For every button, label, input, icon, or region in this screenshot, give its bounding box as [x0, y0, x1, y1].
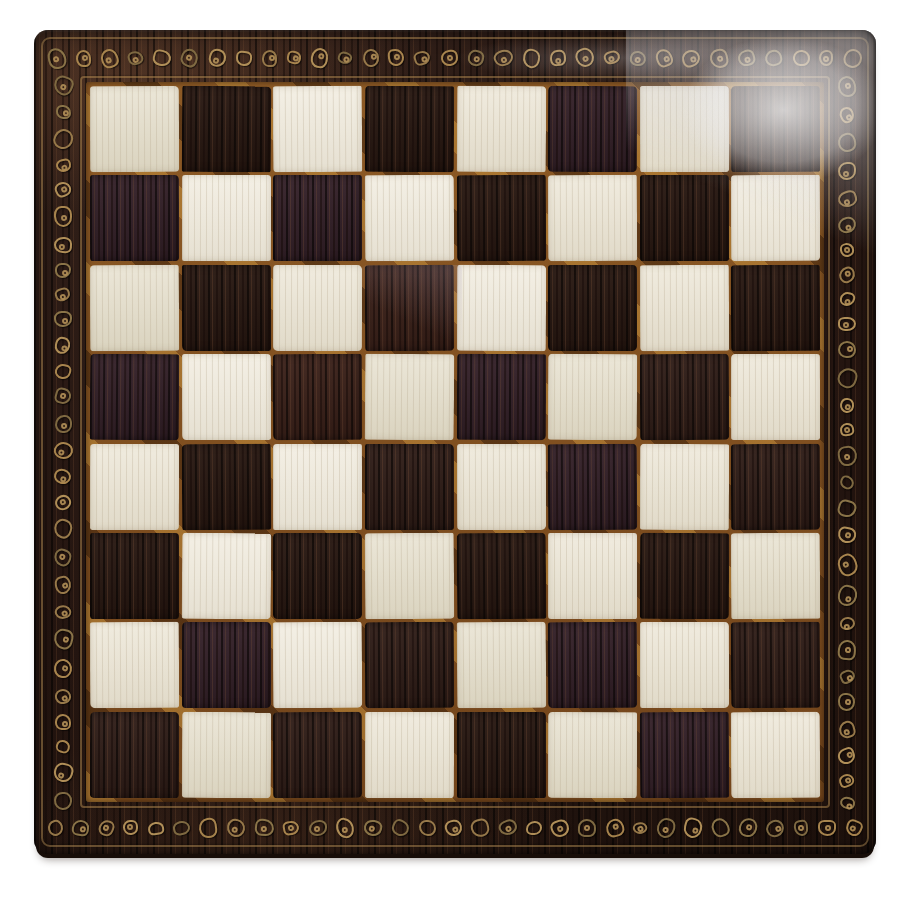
carved-ring-icon — [632, 820, 650, 836]
ring-center-dot — [612, 823, 619, 830]
carved-ring-icon — [838, 474, 856, 492]
ring-center-dot — [844, 83, 851, 90]
ring-center-dot — [746, 824, 753, 831]
carved-ring-icon — [52, 440, 74, 461]
carved-ring-icon — [282, 820, 300, 837]
carved-ring-icon — [99, 46, 121, 69]
carved-ring-icon — [549, 817, 571, 839]
carved-ring-icon — [53, 686, 73, 706]
carved-ring-icon — [147, 821, 164, 836]
square-e1[interactable] — [456, 712, 545, 798]
carved-ring-icon — [123, 820, 138, 836]
ring-center-dot — [60, 185, 68, 193]
carved-ring-icon — [469, 817, 491, 838]
carved-ring-icon — [628, 49, 647, 67]
ring-center-dot — [62, 110, 68, 116]
carved-ring-icon — [54, 335, 73, 355]
carved-ring-icon — [53, 386, 73, 406]
carved-ring-icon — [838, 668, 857, 686]
square-h1[interactable] — [731, 711, 820, 798]
carved-ring-icon — [837, 639, 857, 660]
square-c3[interactable] — [273, 533, 362, 619]
carved-ring-icon — [573, 45, 597, 70]
carved-ring-icon — [837, 265, 856, 284]
carved-ring-icon — [764, 817, 787, 839]
ring-center-dot — [342, 826, 349, 833]
carved-ring-icon — [52, 761, 75, 783]
carved-ring-icon — [53, 575, 72, 596]
square-g4[interactable] — [640, 443, 729, 530]
ring-center-dot — [394, 54, 401, 61]
carved-ring-icon — [682, 816, 705, 840]
carved-ring-icon — [839, 242, 855, 257]
ring-center-dot — [59, 244, 65, 250]
carved-ring-icon — [54, 310, 72, 326]
ring-center-dot — [845, 113, 853, 121]
square-e7[interactable] — [456, 175, 545, 262]
square-h6[interactable] — [731, 265, 820, 352]
square-a6[interactable] — [90, 265, 179, 352]
carved-ring-icon — [55, 104, 71, 119]
ring-center-dot — [314, 826, 320, 832]
carved-ring-icon — [836, 445, 857, 468]
carved-ring-icon — [52, 658, 74, 680]
square-d1[interactable] — [365, 712, 454, 799]
ring-center-dot — [82, 54, 88, 60]
square-e3[interactable] — [456, 533, 545, 620]
ring-center-dot — [473, 55, 480, 62]
ring-center-dot — [584, 825, 590, 831]
carved-ring-icon — [178, 46, 201, 69]
carved-ring-icon — [54, 739, 71, 755]
ring-center-dot — [59, 498, 67, 506]
carved-ring-icon — [836, 746, 858, 767]
ring-center-dot — [62, 636, 69, 643]
ring-center-dot — [52, 55, 59, 62]
ring-center-dot — [61, 609, 69, 617]
square-c4[interactable] — [273, 443, 362, 529]
carved-ring-icon — [680, 48, 702, 69]
carved-ring-icon — [171, 819, 191, 837]
square-b4[interactable] — [181, 443, 270, 530]
ring-center-dot — [744, 56, 751, 63]
ring-center-dot — [844, 596, 851, 603]
gloss-reflection-top-edge — [454, 34, 784, 82]
ring-center-dot — [844, 427, 851, 434]
carved-ring-icon — [55, 714, 71, 730]
square-f2[interactable] — [548, 622, 637, 709]
carved-ring-icon — [413, 49, 433, 67]
ring-center-dot — [370, 54, 377, 61]
carved-ring-icon — [54, 414, 71, 432]
carved-ring-icon — [55, 157, 72, 172]
square-h2[interactable] — [731, 622, 820, 709]
carved-ring-icon — [51, 517, 75, 541]
ring-center-dot — [844, 247, 851, 254]
carved-ring-icon — [235, 50, 252, 66]
carved-ring-icon — [653, 47, 674, 69]
ring-center-dot — [846, 699, 852, 705]
square-a4[interactable] — [90, 443, 179, 530]
square-c5[interactable] — [273, 354, 362, 441]
square-d4[interactable] — [365, 443, 454, 529]
square-b6[interactable] — [182, 265, 271, 352]
carved-ring-icon — [388, 49, 405, 67]
ring-center-dot — [843, 623, 849, 629]
ring-center-dot — [716, 55, 723, 62]
ring-center-dot — [555, 58, 562, 65]
carved-ring-icon — [71, 819, 90, 837]
carved-ring-icon — [309, 820, 327, 836]
carved-ring-icon — [46, 819, 64, 838]
carved-ring-icon — [709, 816, 732, 840]
square-c8[interactable] — [273, 86, 362, 173]
carved-ring-icon — [54, 206, 73, 227]
ring-center-dot — [61, 583, 68, 590]
ring-center-dot — [824, 825, 830, 831]
ring-center-dot — [847, 346, 853, 352]
square-g7[interactable] — [640, 175, 729, 261]
ring-center-dot — [662, 56, 670, 64]
ring-center-dot — [287, 825, 294, 832]
ring-center-dot — [451, 826, 458, 833]
square-a5[interactable] — [90, 354, 179, 441]
square-c2[interactable] — [273, 622, 362, 709]
carved-ring-icon — [836, 584, 858, 608]
carved-ring-icon — [127, 49, 145, 67]
square-a2[interactable] — [90, 622, 179, 709]
square-e6[interactable] — [456, 265, 545, 352]
carved-ring-icon — [836, 498, 858, 519]
carved-ring-icon — [286, 50, 303, 66]
carved-ring-icon — [198, 817, 219, 839]
ring-center-dot — [212, 57, 220, 65]
ring-center-dot — [500, 57, 508, 65]
ring-center-dot — [61, 694, 69, 702]
carved-ring-icon — [836, 75, 857, 98]
ring-center-dot — [846, 751, 854, 759]
carved-ring-icon — [206, 47, 228, 69]
carved-ring-icon — [792, 49, 810, 66]
carved-ring-icon — [838, 796, 855, 811]
square-e2[interactable] — [456, 622, 545, 709]
ring-center-dot — [844, 532, 851, 539]
ring-center-dot — [634, 56, 641, 63]
square-e8[interactable] — [456, 86, 545, 173]
ring-center-dot — [62, 317, 68, 323]
ring-center-dot — [127, 825, 133, 831]
ring-center-dot — [57, 772, 64, 779]
ring-center-dot — [843, 454, 850, 461]
square-b2[interactable] — [182, 622, 271, 708]
play-area — [86, 82, 824, 802]
square-g1[interactable] — [640, 711, 729, 798]
ring-center-dot — [61, 164, 68, 171]
ring-center-dot — [843, 198, 850, 205]
square-f4[interactable] — [548, 443, 637, 530]
carved-ring-icon — [97, 818, 116, 838]
carved-ring-icon — [53, 492, 74, 512]
carved-ring-icon — [152, 48, 173, 67]
carved-ring-icon — [818, 820, 837, 836]
square-g3[interactable] — [640, 533, 729, 620]
ring-center-dot — [61, 423, 67, 429]
ring-center-dot — [61, 665, 68, 672]
ring-center-dot — [421, 56, 428, 63]
ring-center-dot — [61, 345, 68, 352]
square-e4[interactable] — [456, 443, 545, 530]
carved-ring-icon — [52, 546, 74, 568]
carved-ring-icon — [837, 215, 858, 234]
ring-center-dot — [368, 825, 375, 832]
square-h4[interactable] — [731, 443, 820, 530]
carved-ring-icon — [837, 772, 856, 790]
carved-ring-icon — [839, 291, 856, 308]
ring-center-dot — [662, 827, 669, 834]
square-b7[interactable] — [182, 175, 271, 261]
carved-ring-icon — [362, 819, 383, 838]
ring-center-dot — [59, 553, 67, 561]
square-f1[interactable] — [548, 711, 637, 798]
square-f8[interactable] — [548, 86, 637, 173]
ring-center-dot — [823, 56, 829, 62]
carved-ring-icon — [838, 693, 856, 712]
carved-ring-icon — [254, 819, 274, 838]
carved-ring-icon — [53, 179, 73, 199]
carved-ring-icon — [440, 49, 459, 67]
carved-ring-icon — [53, 467, 74, 486]
ring-strip-bottom — [48, 812, 862, 844]
square-h5[interactable] — [731, 354, 820, 440]
ring-center-dot — [798, 825, 805, 832]
square-h3[interactable] — [731, 533, 820, 620]
carved-ring-icon — [226, 817, 247, 838]
carved-ring-icon — [793, 819, 809, 836]
ring-center-dot — [132, 56, 140, 64]
square-a8[interactable] — [90, 86, 179, 173]
chess-board — [34, 30, 876, 854]
square-b1[interactable] — [181, 711, 270, 798]
carved-ring-icon — [389, 817, 412, 839]
ring-center-dot — [269, 55, 275, 61]
square-c7[interactable] — [273, 175, 362, 261]
square-b3[interactable] — [181, 533, 270, 620]
ring-center-dot — [105, 56, 113, 64]
ring-center-dot — [232, 827, 239, 834]
ring-center-dot — [62, 270, 68, 276]
square-c6[interactable] — [273, 265, 362, 351]
ring-center-dot — [844, 647, 851, 654]
carved-ring-icon — [843, 817, 864, 838]
ring-center-dot — [61, 215, 67, 221]
carved-ring-icon — [655, 816, 677, 840]
square-f3[interactable] — [548, 533, 637, 619]
carved-ring-icon — [834, 551, 860, 578]
ring-center-dot — [689, 55, 696, 62]
square-b5[interactable] — [182, 354, 271, 441]
square-d8[interactable] — [365, 86, 454, 173]
carved-ring-icon — [54, 237, 73, 253]
square-f6[interactable] — [548, 265, 637, 351]
ring-center-dot — [504, 825, 512, 833]
ring-center-dot — [292, 56, 299, 63]
square-g5[interactable] — [640, 354, 729, 441]
square-f5[interactable] — [548, 354, 637, 441]
ring-center-dot — [318, 53, 325, 60]
ring-center-dot — [260, 826, 267, 833]
carved-ring-icon — [54, 791, 73, 810]
ring-center-dot — [57, 449, 64, 456]
carved-ring-icon — [310, 47, 330, 69]
carved-ring-icon — [46, 46, 68, 70]
carved-ring-icon — [764, 48, 784, 68]
ring-center-dot — [845, 224, 852, 231]
square-g8[interactable] — [640, 86, 729, 173]
carved-ring-icon — [467, 49, 486, 67]
square-g6[interactable] — [640, 265, 729, 352]
ring-center-dot — [102, 824, 110, 832]
carved-ring-icon — [578, 819, 597, 837]
ring-center-dot — [608, 56, 615, 63]
carved-ring-icon — [55, 263, 71, 278]
photo-background — [0, 0, 900, 900]
carved-ring-icon — [839, 397, 855, 414]
ring-strip-right — [831, 76, 863, 810]
ring-center-dot — [844, 270, 851, 277]
ring-center-dot — [845, 403, 852, 410]
ring-center-dot — [843, 322, 849, 328]
carved-ring-icon — [418, 820, 435, 837]
ring-center-dot — [843, 729, 850, 736]
carved-ring-icon — [819, 50, 833, 66]
carved-ring-icon — [841, 46, 865, 70]
ring-center-dot — [185, 54, 193, 62]
carved-ring-icon — [837, 105, 856, 125]
carved-ring-icon — [76, 49, 91, 66]
ring-center-dot — [79, 825, 86, 832]
carved-ring-icon — [836, 131, 858, 154]
ring-strip-left — [47, 76, 79, 810]
ring-center-dot — [62, 722, 68, 728]
square-a7[interactable] — [90, 175, 179, 261]
ring-center-dot — [845, 803, 852, 810]
square-b8[interactable] — [181, 86, 270, 173]
square-a3[interactable] — [90, 533, 179, 619]
carved-ring-icon — [497, 818, 519, 839]
square-f7[interactable] — [548, 175, 637, 262]
ring-center-dot — [581, 55, 589, 63]
ring-center-dot — [60, 293, 68, 301]
square-h8[interactable] — [731, 86, 820, 173]
carved-ring-icon — [51, 73, 75, 97]
ring-center-dot — [844, 777, 852, 785]
ring-center-dot — [843, 299, 850, 306]
square-d2[interactable] — [365, 622, 454, 709]
square-d6[interactable] — [365, 265, 454, 352]
square-d3[interactable] — [365, 533, 454, 620]
ring-center-dot — [774, 824, 782, 832]
carved-ring-icon — [838, 341, 856, 358]
square-g2[interactable] — [640, 622, 729, 709]
carved-ring-icon — [335, 817, 355, 838]
ring-center-dot — [60, 83, 68, 91]
carved-ring-icon — [51, 627, 74, 651]
ring-strip-top — [48, 42, 862, 74]
square-d7[interactable] — [365, 175, 454, 262]
carved-ring-icon — [550, 49, 567, 66]
carved-ring-icon — [262, 50, 277, 67]
carved-ring-icon — [708, 47, 729, 69]
carved-ring-icon — [362, 48, 379, 67]
carved-ring-icon — [835, 366, 860, 391]
square-e5[interactable] — [456, 354, 545, 441]
square-d5[interactable] — [365, 354, 454, 441]
square-h7[interactable] — [731, 175, 820, 262]
carved-ring-icon — [443, 818, 463, 837]
carved-ring-icon — [492, 47, 516, 69]
carved-ring-icon — [836, 188, 859, 209]
carved-ring-icon — [337, 50, 354, 66]
carved-ring-icon — [50, 126, 75, 152]
ring-center-dot — [637, 825, 645, 833]
ring-center-dot — [845, 674, 853, 682]
carved-ring-icon — [736, 48, 757, 68]
carved-ring-icon — [54, 286, 72, 303]
square-c1[interactable] — [273, 711, 362, 798]
ring-center-dot — [60, 476, 67, 483]
carved-ring-icon — [521, 47, 542, 69]
ring-center-dot — [447, 55, 454, 62]
carved-ring-icon — [54, 362, 72, 380]
ring-center-dot — [848, 825, 856, 833]
carved-ring-icon — [526, 821, 542, 835]
carved-ring-icon — [837, 525, 858, 545]
carved-ring-icon — [603, 49, 622, 66]
carved-ring-icon — [837, 719, 857, 739]
carved-ring-icon — [838, 317, 855, 331]
square-a1[interactable] — [90, 712, 179, 799]
carved-ring-icon — [839, 616, 855, 630]
ring-center-dot — [60, 392, 67, 399]
carved-ring-icon — [737, 816, 759, 839]
carved-ring-icon — [604, 817, 626, 839]
ring-center-dot — [343, 56, 351, 64]
carved-ring-icon — [839, 422, 855, 437]
carved-ring-icon — [53, 602, 73, 621]
ring-center-dot — [843, 171, 849, 177]
carved-ring-icon — [838, 162, 856, 180]
ring-center-dot — [841, 560, 849, 568]
ring-center-dot — [692, 827, 699, 834]
ring-center-dot — [556, 825, 564, 833]
